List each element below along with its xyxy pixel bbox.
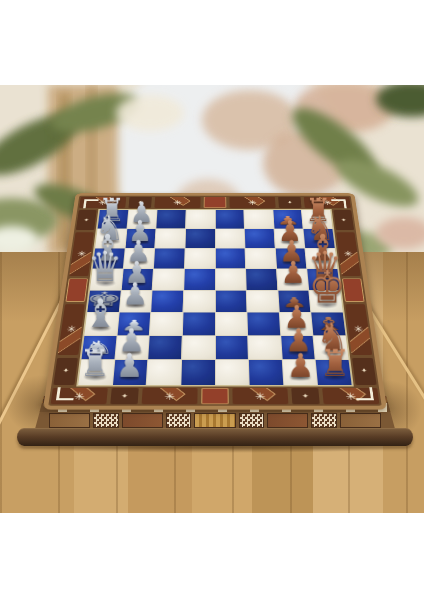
square-h6[interactable] [249, 360, 283, 385]
pearl-checker-panel-icon [311, 413, 337, 428]
diamond-star-inlay-icon [154, 197, 200, 208]
square-d4[interactable] [184, 269, 214, 290]
small-star-inlay-icon [128, 197, 152, 208]
small-star-inlay-icon [53, 358, 78, 385]
square-b3[interactable] [155, 229, 185, 248]
pearl-checker-panel-icon [239, 413, 265, 428]
piece-black-rook[interactable]: ♜ [319, 345, 350, 382]
square-e2[interactable]: ♟ [119, 290, 151, 312]
square-e8[interactable]: ♚ [310, 290, 343, 312]
square-h8[interactable]: ♜ [316, 360, 352, 385]
square-d1[interactable]: ♛ [90, 269, 122, 290]
square-g5[interactable] [215, 336, 248, 360]
square-d3[interactable] [153, 269, 184, 290]
square-h7[interactable]: ♟ [283, 360, 318, 385]
small-star-inlay-icon [291, 388, 320, 404]
square-g4[interactable] [182, 336, 215, 360]
mosaic-border: ♜♟♟♜♞♟♟♞♝♟♟♝♛♟♟♛♚♟♟♚♝♟♟♝♞♟♟♞♜♟♟♜ [48, 196, 381, 406]
square-e5[interactable] [215, 290, 246, 312]
square-e6[interactable] [247, 290, 279, 312]
front-gold-panel [194, 413, 235, 428]
front-wood-panel [340, 413, 381, 428]
square-h1[interactable]: ♜ [78, 360, 114, 385]
square-f6[interactable] [247, 313, 280, 336]
square-c6[interactable] [245, 249, 275, 269]
piece-white-rook[interactable]: ♜ [80, 345, 111, 382]
square-c3[interactable] [154, 249, 184, 269]
small-star-inlay-icon [278, 197, 302, 208]
mosaic-border-bottom [48, 386, 381, 405]
piece-black-king[interactable]: ♚ [308, 265, 345, 309]
diamond-star-inlay-icon [304, 197, 351, 208]
piece-white-queen[interactable]: ♛ [88, 246, 123, 287]
chess-box-top: ♜♟♟♜♞♟♟♞♝♟♟♝♛♟♟♛♚♟♟♚♝♟♟♝♞♟♟♞♜♟♟♜ [43, 193, 387, 409]
square-h4[interactable] [181, 360, 214, 385]
piece-white-pawn[interactable]: ♟ [122, 279, 148, 310]
pearl-checker-panel-icon [93, 413, 119, 428]
red-square-inlay-icon [204, 197, 227, 208]
diamond-star-inlay-icon [79, 197, 126, 208]
piece-black-pawn[interactable]: ♟ [281, 257, 306, 287]
front-wood-panel [49, 413, 90, 428]
square-a4[interactable] [186, 210, 215, 228]
front-redwood-panel [267, 413, 308, 428]
chess-board: ♜♟♟♜♞♟♟♞♝♟♟♝♛♟♟♛♚♟♟♚♝♟♟♝♞♟♟♞♜♟♟♜ [76, 209, 354, 386]
square-e3[interactable] [151, 290, 183, 312]
square-f4[interactable] [183, 313, 215, 336]
square-g3[interactable] [148, 336, 181, 360]
corner-bracket-icon [56, 387, 75, 400]
piece-white-pawn[interactable]: ♟ [116, 349, 144, 382]
diamond-star-inlay-icon [230, 197, 276, 208]
square-d6[interactable] [246, 269, 277, 290]
small-star-inlay-icon [333, 210, 354, 230]
square-h3[interactable] [147, 360, 181, 385]
square-a3[interactable] [157, 210, 186, 228]
square-b5[interactable] [215, 229, 244, 248]
pearl-checker-panel-icon [166, 413, 192, 428]
square-d5[interactable] [215, 269, 245, 290]
square-c4[interactable] [185, 249, 215, 269]
square-e4[interactable] [183, 290, 214, 312]
square-a6[interactable] [244, 210, 273, 228]
front-panel-row [35, 412, 395, 428]
diamond-star-inlay-icon [142, 388, 198, 404]
box-base-molding [17, 428, 413, 446]
photo-canvas: ♜♟♟♜♞♟♟♞♝♟♟♝♛♟♟♛♚♟♟♚♝♟♟♝♞♟♟♞♜♟♟♜ [0, 0, 424, 600]
square-a5[interactable] [215, 210, 244, 228]
square-g6[interactable] [248, 336, 281, 360]
corner-bracket-icon [355, 387, 374, 400]
square-c5[interactable] [215, 249, 245, 269]
square-f3[interactable] [150, 313, 183, 336]
square-d7[interactable]: ♟ [277, 269, 309, 290]
piece-white-bishop[interactable]: ♝ [84, 293, 117, 332]
square-h5[interactable] [215, 360, 248, 385]
small-star-inlay-icon [110, 388, 139, 404]
square-h2[interactable]: ♟ [113, 360, 148, 385]
mosaic-border-top [77, 196, 352, 209]
square-b4[interactable] [185, 229, 214, 248]
front-redwood-panel [122, 413, 163, 428]
square-f1[interactable]: ♝ [84, 313, 118, 336]
small-star-inlay-icon [76, 210, 97, 230]
square-b6[interactable] [245, 229, 275, 248]
small-star-inlay-icon [352, 358, 377, 385]
red-square-inlay-icon [201, 388, 229, 404]
photograph: ♜♟♟♜♞♟♟♞♝♟♟♝♛♟♟♛♚♟♟♚♝♟♟♝♞♟♟♞♜♟♟♜ [0, 85, 424, 513]
piece-black-pawn[interactable]: ♟ [287, 349, 315, 382]
diamond-star-inlay-icon [233, 388, 289, 404]
square-f5[interactable] [215, 313, 247, 336]
